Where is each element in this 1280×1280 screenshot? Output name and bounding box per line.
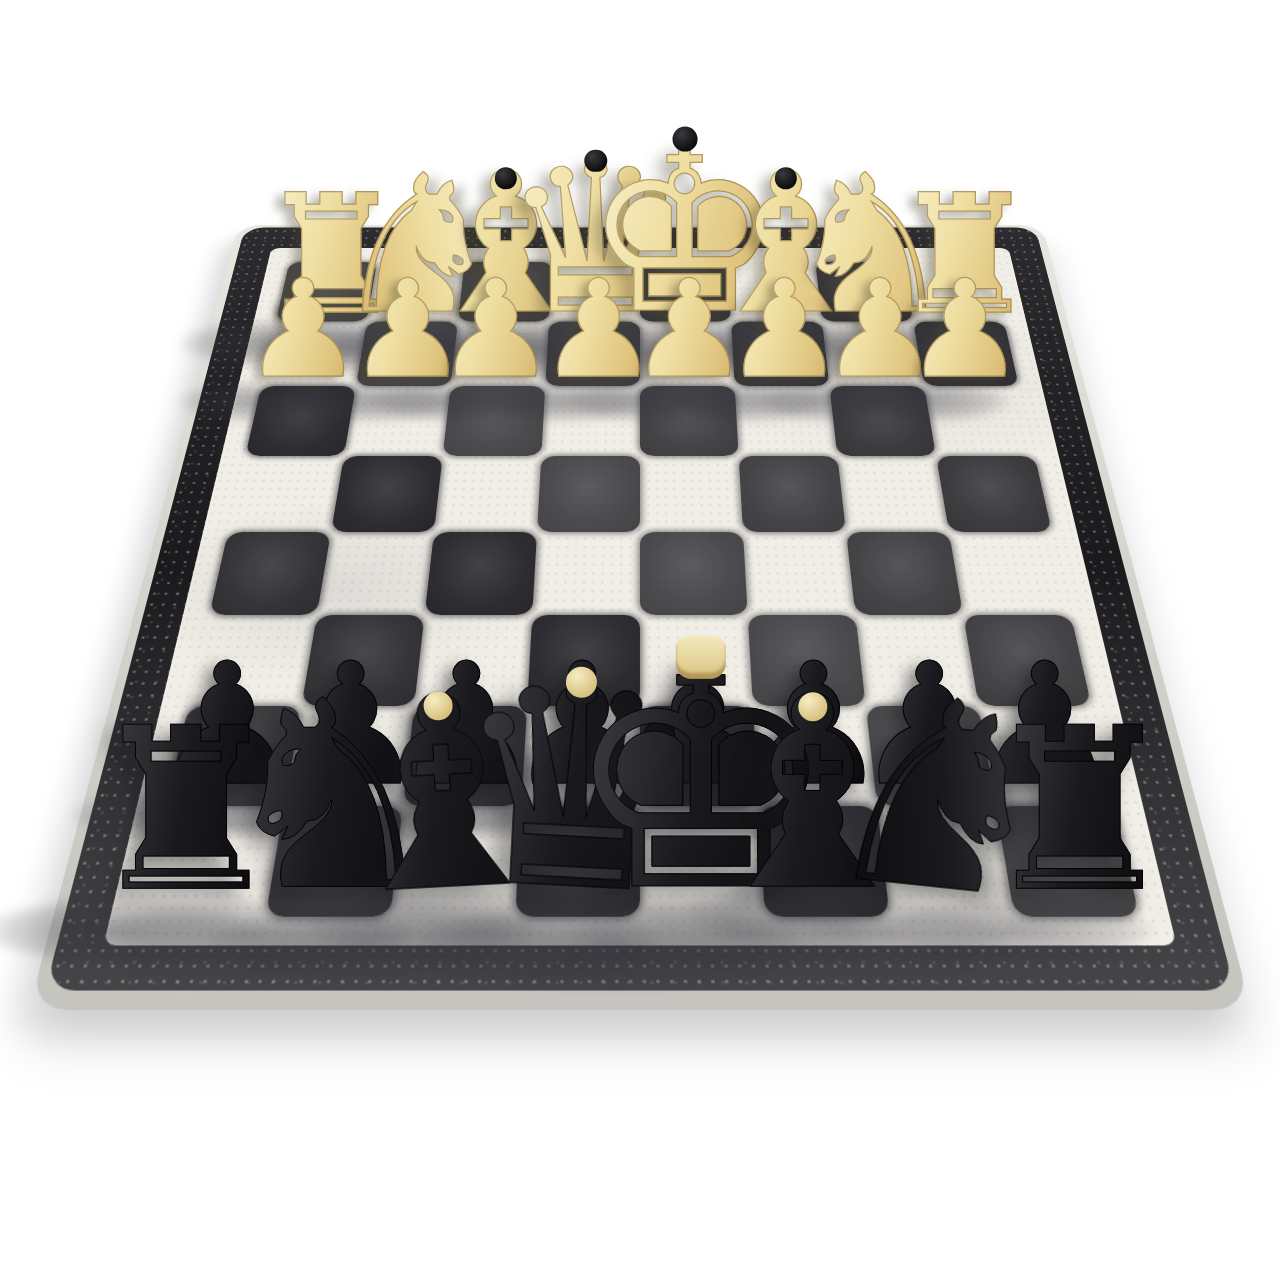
board-square[interactable] xyxy=(640,532,748,615)
board-square[interactable] xyxy=(759,806,890,917)
board-square[interactable] xyxy=(541,386,640,456)
board-square[interactable] xyxy=(228,456,344,532)
photo-canvas: ♜♞♝♛♚♝♞♜♟♟♟♟♟♟♟♟♟♟♟♟♟♟♟♟♜♞♝♛♚♝♞♜ xyxy=(0,0,1280,1280)
board-square[interactable] xyxy=(913,322,1019,387)
board-square[interactable] xyxy=(924,386,1035,456)
board-square[interactable] xyxy=(451,322,549,387)
board-square[interactable] xyxy=(367,262,465,322)
board-square[interactable] xyxy=(537,456,640,532)
board-square[interactable] xyxy=(276,262,377,322)
board-square[interactable] xyxy=(545,322,640,387)
board-square[interactable] xyxy=(815,262,913,322)
board-square[interactable] xyxy=(855,615,978,706)
finial-black-icon xyxy=(775,168,796,189)
board-square[interactable] xyxy=(731,322,829,387)
board-square[interactable] xyxy=(434,456,541,532)
board-square[interactable] xyxy=(748,615,866,706)
board-square[interactable] xyxy=(527,615,640,706)
board-square[interactable] xyxy=(425,532,537,615)
board-square[interactable] xyxy=(963,615,1091,706)
board-square[interactable] xyxy=(822,322,924,387)
board-square[interactable] xyxy=(458,262,552,322)
finial-black-icon xyxy=(495,168,516,189)
board-square[interactable] xyxy=(301,615,424,706)
board-square[interactable] xyxy=(521,706,640,806)
board-square[interactable] xyxy=(344,386,451,456)
finial-black-icon xyxy=(672,126,697,151)
board-square[interactable] xyxy=(640,706,759,806)
board-square[interactable] xyxy=(640,615,753,706)
board-square[interactable] xyxy=(331,456,443,532)
board-square[interactable] xyxy=(837,456,949,532)
board-square[interactable] xyxy=(739,456,846,532)
board-grid xyxy=(141,262,1140,917)
board-square[interactable] xyxy=(640,262,731,322)
board-square[interactable] xyxy=(245,386,356,456)
board-square[interactable] xyxy=(532,532,640,615)
board-square[interactable] xyxy=(261,322,367,387)
board-square[interactable] xyxy=(979,706,1115,806)
board-square[interactable] xyxy=(265,806,402,917)
board-square[interactable] xyxy=(443,386,546,456)
board-square[interactable] xyxy=(996,806,1140,917)
finial-black-icon xyxy=(584,149,607,172)
board-square[interactable] xyxy=(877,806,1014,917)
board-square[interactable] xyxy=(846,532,963,615)
board-square[interactable] xyxy=(141,806,285,917)
board-square[interactable] xyxy=(903,262,1004,322)
board-square[interactable] xyxy=(829,386,936,456)
board-square[interactable] xyxy=(936,456,1052,532)
board-square[interactable] xyxy=(549,262,640,322)
board-square[interactable] xyxy=(317,532,434,615)
board-square[interactable] xyxy=(414,615,532,706)
board-square[interactable] xyxy=(949,532,1071,615)
board-square[interactable] xyxy=(866,706,996,806)
board-square[interactable] xyxy=(753,706,877,806)
board-square[interactable] xyxy=(728,262,822,322)
board-square[interactable] xyxy=(356,322,458,387)
chess-board xyxy=(45,227,1235,990)
board-square[interactable] xyxy=(209,532,331,615)
board-square[interactable] xyxy=(390,806,521,917)
board-square[interactable] xyxy=(515,806,640,917)
board-square[interactable] xyxy=(403,706,527,806)
board-square[interactable] xyxy=(640,456,743,532)
board-square[interactable] xyxy=(188,615,316,706)
board-square[interactable] xyxy=(640,322,735,387)
board-square[interactable] xyxy=(743,532,855,615)
board-square[interactable] xyxy=(735,386,838,456)
board-square[interactable] xyxy=(640,386,739,456)
board-square[interactable] xyxy=(640,806,765,917)
board-square[interactable] xyxy=(284,706,414,806)
board-square[interactable] xyxy=(166,706,302,806)
